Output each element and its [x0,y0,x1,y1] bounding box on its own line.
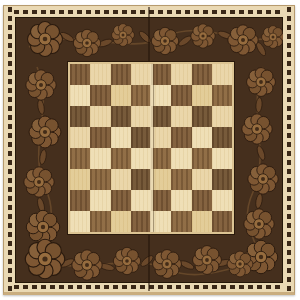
square-e5[interactable] [151,127,171,148]
square-c6[interactable] [111,106,131,127]
square-c7[interactable] [111,85,131,106]
square-b1[interactable] [90,211,110,232]
square-e8[interactable] [151,64,171,85]
square-g4[interactable] [192,148,212,169]
square-a5[interactable] [70,127,90,148]
square-c3[interactable] [111,169,131,190]
square-f6[interactable] [171,106,191,127]
square-d5[interactable] [131,127,151,148]
square-b6[interactable] [90,106,110,127]
square-c5[interactable] [111,127,131,148]
square-h7[interactable] [212,85,232,106]
square-c1[interactable] [111,211,131,232]
square-h4[interactable] [212,148,232,169]
square-f1[interactable] [171,211,191,232]
square-f2[interactable] [171,190,191,211]
square-d8[interactable] [131,64,151,85]
square-a8[interactable] [70,64,90,85]
square-c2[interactable] [111,190,131,211]
square-d2[interactable] [131,190,151,211]
square-g5[interactable] [192,127,212,148]
square-d3[interactable] [131,169,151,190]
square-e3[interactable] [151,169,171,190]
photo-canvas [0,0,300,300]
inlay-border-left [5,7,14,291]
square-g6[interactable] [192,106,212,127]
square-b5[interactable] [90,127,110,148]
square-f3[interactable] [171,169,191,190]
square-a1[interactable] [70,211,90,232]
square-h5[interactable] [212,127,232,148]
square-a7[interactable] [70,85,90,106]
square-e7[interactable] [151,85,171,106]
square-e2[interactable] [151,190,171,211]
square-g7[interactable] [192,85,212,106]
square-h8[interactable] [212,64,232,85]
square-h1[interactable] [212,211,232,232]
square-h2[interactable] [212,190,232,211]
square-g8[interactable] [192,64,212,85]
fold-seam-board [150,64,153,232]
square-h3[interactable] [212,169,232,190]
square-f4[interactable] [171,148,191,169]
square-g3[interactable] [192,169,212,190]
square-g1[interactable] [192,211,212,232]
square-b8[interactable] [90,64,110,85]
square-b4[interactable] [90,148,110,169]
square-h6[interactable] [212,106,232,127]
square-d4[interactable] [131,148,151,169]
square-d6[interactable] [131,106,151,127]
square-b7[interactable] [90,85,110,106]
chess-board-photo [3,5,295,295]
square-b3[interactable] [90,169,110,190]
square-a4[interactable] [70,148,90,169]
square-a2[interactable] [70,190,90,211]
square-b2[interactable] [90,190,110,211]
square-f7[interactable] [171,85,191,106]
playing-field [68,62,234,234]
square-a6[interactable] [70,106,90,127]
square-d1[interactable] [131,211,151,232]
square-f5[interactable] [171,127,191,148]
square-f8[interactable] [171,64,191,85]
square-d7[interactable] [131,85,151,106]
square-c4[interactable] [111,148,131,169]
square-e4[interactable] [151,148,171,169]
square-e1[interactable] [151,211,171,232]
square-g2[interactable] [192,190,212,211]
inlay-border-right [284,7,293,291]
square-c8[interactable] [111,64,131,85]
square-e6[interactable] [151,106,171,127]
square-a3[interactable] [70,169,90,190]
